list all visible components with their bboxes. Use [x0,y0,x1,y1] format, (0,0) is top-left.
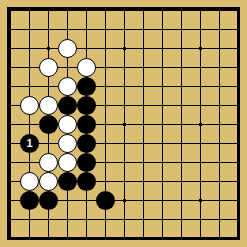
white-stone [39,153,58,172]
hoshi-point [199,47,202,50]
white-stone [58,153,77,172]
hoshi-point [47,47,50,50]
hoshi-point [199,123,202,126]
black-stone [77,153,96,172]
hoshi-point [123,123,126,126]
hoshi-point [199,199,202,202]
black-stone [77,96,96,115]
black-stone [77,115,96,134]
white-stone [20,96,39,115]
black-stone [77,77,96,96]
black-stone [77,134,96,153]
black-stone [77,172,96,191]
black-stone [20,191,39,210]
move-number-label: 1 [26,138,32,149]
black-stone-move-1: 1 [20,134,39,153]
black-stone [39,115,58,134]
black-stone [96,191,115,210]
hoshi-point [123,199,126,202]
white-stone [58,77,77,96]
black-stone [58,172,77,191]
white-stone [58,134,77,153]
black-stone [58,96,77,115]
white-stone [39,58,58,77]
stone-layer: 1 [1,1,247,247]
white-stone [77,58,96,77]
go-board[interactable]: 1 [0,0,247,247]
white-stone [20,172,39,191]
white-stone [39,96,58,115]
hoshi-point [123,47,126,50]
white-stone [39,172,58,191]
black-stone [39,191,58,210]
white-stone [58,39,77,58]
white-stone [58,115,77,134]
